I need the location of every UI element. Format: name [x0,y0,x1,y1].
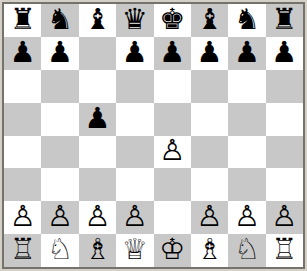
square-f8[interactable]: ♝ [191,4,228,37]
square-a5[interactable] [4,103,41,136]
square-h1[interactable]: ♖ [266,234,303,267]
square-g5[interactable] [228,103,265,136]
square-a1[interactable]: ♖ [4,234,41,267]
square-c6[interactable] [79,70,116,103]
square-e1[interactable]: ♔ [154,234,191,267]
square-d7[interactable]: ♟ [116,37,153,70]
square-h3[interactable] [266,168,303,201]
square-e4[interactable]: ♙ [154,136,191,169]
piece-black-pawn[interactable]: ♟ [234,38,260,67]
piece-black-rook[interactable]: ♜ [10,5,36,34]
square-g8[interactable]: ♞ [228,4,265,37]
square-g6[interactable] [228,70,265,103]
square-c1[interactable]: ♗ [79,234,116,267]
square-g2[interactable]: ♙ [228,201,265,234]
square-b2[interactable]: ♙ [41,201,78,234]
piece-white-king[interactable]: ♔ [159,235,185,264]
square-a2[interactable]: ♙ [4,201,41,234]
square-c4[interactable] [79,136,116,169]
chess-board-frame: ♜♞♝♛♚♝♞♜♟♟♟♟♟♟♟♟♙♙♙♙♙♙♙♙♖♘♗♕♔♗♘♖ [0,0,307,271]
square-b1[interactable]: ♘ [41,234,78,267]
square-g4[interactable] [228,136,265,169]
piece-white-pawn[interactable]: ♙ [159,136,185,165]
square-d8[interactable]: ♛ [116,4,153,37]
square-d6[interactable] [116,70,153,103]
square-e2[interactable] [154,201,191,234]
piece-white-pawn[interactable]: ♙ [47,202,73,231]
square-f2[interactable]: ♙ [191,201,228,234]
square-h8[interactable]: ♜ [266,4,303,37]
square-a6[interactable] [4,70,41,103]
square-g7[interactable]: ♟ [228,37,265,70]
piece-black-king[interactable]: ♚ [159,5,185,34]
square-f7[interactable]: ♟ [191,37,228,70]
square-c5[interactable]: ♟ [79,103,116,136]
square-b5[interactable] [41,103,78,136]
square-h2[interactable]: ♙ [266,201,303,234]
square-d4[interactable] [116,136,153,169]
square-d1[interactable]: ♕ [116,234,153,267]
piece-black-pawn[interactable]: ♟ [10,38,36,67]
square-a4[interactable] [4,136,41,169]
square-h6[interactable] [266,70,303,103]
piece-white-pawn[interactable]: ♙ [271,202,297,231]
piece-white-rook[interactable]: ♖ [271,235,297,264]
piece-black-pawn[interactable]: ♟ [122,38,148,67]
square-g3[interactable] [228,168,265,201]
square-f5[interactable] [191,103,228,136]
square-e6[interactable] [154,70,191,103]
square-c2[interactable]: ♙ [79,201,116,234]
square-g1[interactable]: ♘ [228,234,265,267]
square-h7[interactable]: ♟ [266,37,303,70]
square-d3[interactable] [116,168,153,201]
piece-white-pawn[interactable]: ♙ [234,202,260,231]
piece-white-pawn[interactable]: ♙ [122,202,148,231]
square-e3[interactable] [154,168,191,201]
square-f3[interactable] [191,168,228,201]
piece-white-pawn[interactable]: ♙ [84,202,110,231]
square-b3[interactable] [41,168,78,201]
piece-white-bishop[interactable]: ♗ [84,235,110,264]
piece-black-pawn[interactable]: ♟ [271,38,297,67]
piece-white-rook[interactable]: ♖ [10,235,36,264]
piece-white-knight[interactable]: ♘ [234,235,260,264]
piece-black-pawn[interactable]: ♟ [84,104,110,133]
square-b6[interactable] [41,70,78,103]
piece-black-pawn[interactable]: ♟ [197,38,223,67]
square-f6[interactable] [191,70,228,103]
piece-white-pawn[interactable]: ♙ [197,202,223,231]
square-e8[interactable]: ♚ [154,4,191,37]
square-d2[interactable]: ♙ [116,201,153,234]
square-b8[interactable]: ♞ [41,4,78,37]
piece-black-knight[interactable]: ♞ [234,5,260,34]
square-a8[interactable]: ♜ [4,4,41,37]
piece-white-bishop[interactable]: ♗ [197,235,223,264]
square-e7[interactable]: ♟ [154,37,191,70]
piece-black-rook[interactable]: ♜ [271,5,297,34]
square-f4[interactable] [191,136,228,169]
piece-white-knight[interactable]: ♘ [47,235,73,264]
square-b4[interactable] [41,136,78,169]
square-b7[interactable]: ♟ [41,37,78,70]
piece-black-pawn[interactable]: ♟ [47,38,73,67]
square-d5[interactable] [116,103,153,136]
piece-black-pawn[interactable]: ♟ [159,38,185,67]
square-e5[interactable] [154,103,191,136]
square-f1[interactable]: ♗ [191,234,228,267]
square-c3[interactable] [79,168,116,201]
square-h5[interactable] [266,103,303,136]
piece-black-queen[interactable]: ♛ [122,5,148,34]
piece-white-queen[interactable]: ♕ [122,235,148,264]
piece-black-bishop[interactable]: ♝ [84,5,110,34]
piece-white-pawn[interactable]: ♙ [10,202,36,231]
square-h4[interactable] [266,136,303,169]
chess-board: ♜♞♝♛♚♝♞♜♟♟♟♟♟♟♟♟♙♙♙♙♙♙♙♙♖♘♗♕♔♗♘♖ [2,2,305,269]
square-c8[interactable]: ♝ [79,4,116,37]
square-a3[interactable] [4,168,41,201]
square-c7[interactable] [79,37,116,70]
piece-black-knight[interactable]: ♞ [47,5,73,34]
square-a7[interactable]: ♟ [4,37,41,70]
piece-black-bishop[interactable]: ♝ [197,5,223,34]
